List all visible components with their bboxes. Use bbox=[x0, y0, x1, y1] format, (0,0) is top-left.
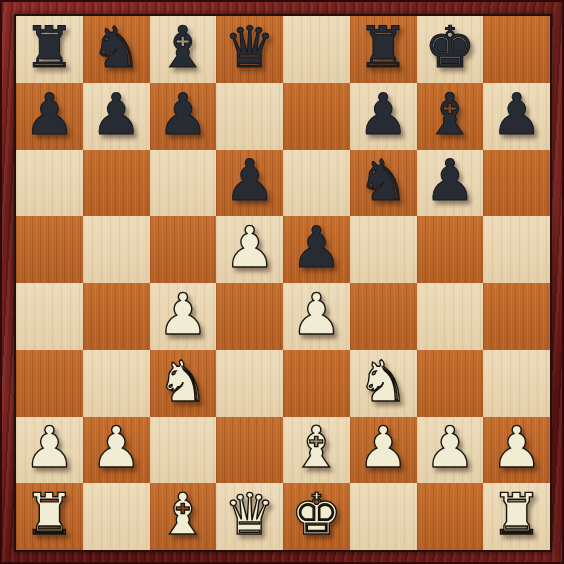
square-a2[interactable]: ♟ bbox=[16, 417, 83, 484]
black-pawn-h7: ♟ bbox=[491, 86, 542, 143]
square-f8[interactable]: ♜ bbox=[350, 16, 417, 83]
black-knight-b8: ♞ bbox=[91, 19, 142, 76]
square-b4[interactable] bbox=[83, 283, 150, 350]
square-e4[interactable]: ♟ bbox=[283, 283, 350, 350]
square-h5[interactable] bbox=[483, 216, 550, 283]
square-e7[interactable] bbox=[283, 83, 350, 150]
square-c5[interactable] bbox=[150, 216, 217, 283]
black-knight-f6: ♞ bbox=[358, 152, 409, 209]
square-h3[interactable] bbox=[483, 350, 550, 417]
square-b1[interactable] bbox=[83, 483, 150, 550]
square-f1[interactable] bbox=[350, 483, 417, 550]
square-b6[interactable] bbox=[83, 150, 150, 217]
square-a3[interactable] bbox=[16, 350, 83, 417]
white-bishop-e2: ♝ bbox=[291, 419, 342, 476]
square-d6[interactable]: ♟ bbox=[216, 150, 283, 217]
white-pawn-c4: ♟ bbox=[157, 286, 208, 343]
square-g1[interactable] bbox=[417, 483, 484, 550]
black-queen-d8: ♛ bbox=[224, 19, 275, 76]
white-king-e1: ♚ bbox=[291, 486, 342, 543]
square-b3[interactable] bbox=[83, 350, 150, 417]
square-c2[interactable] bbox=[150, 417, 217, 484]
white-pawn-h2: ♟ bbox=[491, 419, 542, 476]
square-c3[interactable]: ♞ bbox=[150, 350, 217, 417]
square-a4[interactable] bbox=[16, 283, 83, 350]
square-a7[interactable]: ♟ bbox=[16, 83, 83, 150]
black-pawn-c7: ♟ bbox=[157, 86, 208, 143]
square-g2[interactable]: ♟ bbox=[417, 417, 484, 484]
square-a1[interactable]: ♜ bbox=[16, 483, 83, 550]
square-g3[interactable] bbox=[417, 350, 484, 417]
square-f5[interactable] bbox=[350, 216, 417, 283]
square-b8[interactable]: ♞ bbox=[83, 16, 150, 83]
black-rook-f8: ♜ bbox=[358, 19, 409, 76]
chess-board: ♜♞♝♛♜♚♟♟♟♟♝♟♟♞♟♟♟♟♟♞♞♟♟♝♟♟♟♜♝♛♚♜ bbox=[14, 14, 552, 552]
white-knight-f3: ♞ bbox=[358, 353, 409, 410]
white-rook-h1: ♜ bbox=[491, 486, 542, 543]
square-h2[interactable]: ♟ bbox=[483, 417, 550, 484]
square-d1[interactable]: ♛ bbox=[216, 483, 283, 550]
square-f6[interactable]: ♞ bbox=[350, 150, 417, 217]
square-h8[interactable] bbox=[483, 16, 550, 83]
square-c6[interactable] bbox=[150, 150, 217, 217]
square-d2[interactable] bbox=[216, 417, 283, 484]
white-pawn-e4: ♟ bbox=[291, 286, 342, 343]
square-b2[interactable]: ♟ bbox=[83, 417, 150, 484]
black-pawn-a7: ♟ bbox=[24, 86, 75, 143]
square-a8[interactable]: ♜ bbox=[16, 16, 83, 83]
square-d7[interactable] bbox=[216, 83, 283, 150]
black-pawn-b7: ♟ bbox=[91, 86, 142, 143]
square-e8[interactable] bbox=[283, 16, 350, 83]
square-f3[interactable]: ♞ bbox=[350, 350, 417, 417]
square-a5[interactable] bbox=[16, 216, 83, 283]
square-c4[interactable]: ♟ bbox=[150, 283, 217, 350]
square-g8[interactable]: ♚ bbox=[417, 16, 484, 83]
square-b7[interactable]: ♟ bbox=[83, 83, 150, 150]
square-e6[interactable] bbox=[283, 150, 350, 217]
white-pawn-b2: ♟ bbox=[91, 419, 142, 476]
black-pawn-d6: ♟ bbox=[224, 152, 275, 209]
square-f4[interactable] bbox=[350, 283, 417, 350]
square-c7[interactable]: ♟ bbox=[150, 83, 217, 150]
square-e5[interactable]: ♟ bbox=[283, 216, 350, 283]
square-f2[interactable]: ♟ bbox=[350, 417, 417, 484]
white-pawn-f2: ♟ bbox=[358, 419, 409, 476]
black-bishop-c8: ♝ bbox=[157, 19, 208, 76]
square-f7[interactable]: ♟ bbox=[350, 83, 417, 150]
square-g5[interactable] bbox=[417, 216, 484, 283]
black-bishop-g7: ♝ bbox=[424, 86, 475, 143]
square-d5[interactable]: ♟ bbox=[216, 216, 283, 283]
square-h1[interactable]: ♜ bbox=[483, 483, 550, 550]
square-g4[interactable] bbox=[417, 283, 484, 350]
square-e2[interactable]: ♝ bbox=[283, 417, 350, 484]
black-pawn-e5: ♟ bbox=[291, 219, 342, 276]
white-knight-c3: ♞ bbox=[157, 353, 208, 410]
square-d3[interactable] bbox=[216, 350, 283, 417]
square-h6[interactable] bbox=[483, 150, 550, 217]
board-frame: ♜♞♝♛♜♚♟♟♟♟♝♟♟♞♟♟♟♟♟♞♞♟♟♝♟♟♟♜♝♛♚♜ bbox=[0, 0, 564, 564]
white-pawn-g2: ♟ bbox=[424, 419, 475, 476]
black-rook-a8: ♜ bbox=[24, 19, 75, 76]
square-d8[interactable]: ♛ bbox=[216, 16, 283, 83]
black-king-g8: ♚ bbox=[424, 19, 475, 76]
white-bishop-c1: ♝ bbox=[157, 486, 208, 543]
black-pawn-g6: ♟ bbox=[424, 152, 475, 209]
square-g6[interactable]: ♟ bbox=[417, 150, 484, 217]
white-pawn-d5: ♟ bbox=[224, 219, 275, 276]
square-a6[interactable] bbox=[16, 150, 83, 217]
white-rook-a1: ♜ bbox=[24, 486, 75, 543]
white-pawn-a2: ♟ bbox=[24, 419, 75, 476]
square-h4[interactable] bbox=[483, 283, 550, 350]
square-e1[interactable]: ♚ bbox=[283, 483, 350, 550]
square-c1[interactable]: ♝ bbox=[150, 483, 217, 550]
square-d4[interactable] bbox=[216, 283, 283, 350]
square-h7[interactable]: ♟ bbox=[483, 83, 550, 150]
square-b5[interactable] bbox=[83, 216, 150, 283]
square-c8[interactable]: ♝ bbox=[150, 16, 217, 83]
white-queen-d1: ♛ bbox=[224, 486, 275, 543]
black-pawn-f7: ♟ bbox=[358, 86, 409, 143]
square-g7[interactable]: ♝ bbox=[417, 83, 484, 150]
square-e3[interactable] bbox=[283, 350, 350, 417]
